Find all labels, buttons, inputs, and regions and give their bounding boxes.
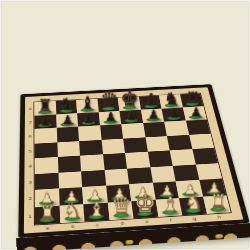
product-photo: 87654321 abcdefgh ♜♞♝♛♚♝♞♜♟♟♟♟♟♟♟♟♟♟♟♟♟♟…: [0, 0, 250, 250]
piece-black-pawn: ♟: [78, 112, 100, 124]
felt-base: [146, 117, 160, 121]
square-h3: [195, 163, 222, 180]
piece-black-bishop: ♝: [140, 91, 161, 108]
square-d5: [101, 138, 125, 154]
felt-base: [39, 200, 54, 205]
rank-label-4: 4: [28, 164, 31, 168]
felt-base: [167, 116, 181, 120]
square-h5: [189, 133, 214, 149]
board-frame: 87654321 abcdefgh ♜♞♝♛♚♝♞♜♟♟♟♟♟♟♟♟♟♟♟♟♟♟…: [18, 84, 250, 238]
square-d2: ♟: [106, 184, 132, 202]
felt-base: [210, 206, 226, 212]
chess-set-scene: 87654321 abcdefgh ♜♞♝♛♚♝♞♜♟♟♟♟♟♟♟♟♟♟♟♟♟♟…: [0, 0, 250, 250]
felt-base: [125, 118, 139, 122]
square-d3: [104, 168, 129, 185]
square-f8: ♝: [138, 95, 161, 109]
square-c2: ♟: [82, 186, 107, 204]
square-e1: ♚: [131, 199, 158, 218]
square-a4: [35, 157, 58, 174]
piece-black-pawn: ♟: [35, 114, 57, 127]
square-d6: [100, 124, 123, 139]
square-b7: ♟: [56, 113, 78, 128]
felt-base: [64, 215, 80, 221]
felt-base: [102, 106, 116, 110]
square-e5: [123, 137, 147, 153]
square-h1: ♜: [203, 195, 231, 214]
felt-base: [185, 102, 199, 106]
square-e8: ♚: [118, 97, 141, 111]
square-c6: [78, 125, 101, 140]
square-c3: [81, 170, 106, 187]
felt-base: [161, 209, 177, 215]
square-a1: ♜: [35, 205, 60, 224]
square-c7: ♟: [77, 112, 100, 127]
felt-base: [123, 105, 137, 109]
square-e7: ♟: [119, 110, 142, 125]
felt-base: [39, 123, 53, 127]
felt-base: [87, 197, 102, 202]
square-c5: [79, 140, 103, 156]
felt-base: [144, 104, 158, 108]
square-e4: [125, 152, 150, 169]
felt-base: [82, 121, 96, 125]
felt-base: [135, 194, 150, 199]
square-h2: ♟: [199, 179, 226, 197]
square-a8: ♜: [34, 101, 55, 115]
square-f3: [150, 166, 176, 183]
square-e6: [121, 123, 145, 138]
square-b4: [57, 156, 81, 173]
square-a5: [35, 142, 58, 158]
square-g8: ♞: [159, 94, 182, 108]
felt-base: [38, 110, 51, 114]
square-d7: ♟: [98, 111, 121, 126]
file-label-b: b: [71, 224, 75, 229]
felt-base: [103, 120, 117, 124]
file-label-d: d: [120, 221, 124, 226]
square-h6: [185, 119, 210, 134]
felt-base: [165, 103, 179, 107]
piece-white-pawn: ♟: [83, 187, 107, 201]
piece-white-pawn: ♟: [202, 180, 226, 194]
chess-board: 87654321 abcdefgh ♜♞♝♛♚♝♞♜♟♟♟♟♟♟♟♟♟♟♟♟♟♟…: [18, 84, 250, 238]
square-d1: ♛: [107, 201, 133, 220]
square-g4: [170, 149, 196, 165]
square-b6: [56, 127, 79, 142]
felt-base: [186, 208, 202, 214]
board-grid: ♜♞♝♛♚♝♞♜♟♟♟♟♟♟♟♟♟♟♟♟♟♟♟♟♜♞♝♛♚♝♞♜: [34, 93, 230, 224]
file-label-h: h: [217, 214, 222, 219]
felt-base: [111, 195, 126, 200]
brass-clasp-icon: [215, 234, 223, 239]
felt-base: [188, 115, 202, 119]
rank-label-8: 8: [29, 107, 32, 111]
square-b3: [58, 171, 82, 189]
felt-base: [40, 217, 55, 223]
square-b1: ♞: [59, 204, 84, 223]
rank-label-5: 5: [29, 149, 32, 153]
square-c4: [80, 154, 104, 171]
rank-label-1: 1: [28, 214, 31, 219]
file-label-g: g: [192, 216, 196, 221]
felt-base: [182, 191, 198, 196]
square-c8: ♝: [76, 99, 98, 113]
square-d4: [103, 153, 127, 170]
square-d8: ♛: [97, 98, 119, 112]
square-c1: ♝: [83, 202, 109, 221]
felt-base: [60, 109, 73, 113]
square-b5: [57, 141, 80, 157]
square-g6: [164, 121, 188, 136]
square-f5: [145, 136, 170, 152]
square-f4: [147, 150, 172, 167]
square-e3: [127, 167, 152, 184]
square-g5: [167, 135, 192, 151]
square-f6: [143, 122, 167, 137]
square-f7: ♟: [141, 108, 165, 123]
square-a6: [35, 128, 57, 144]
felt-base: [81, 107, 94, 111]
square-b2: ♟: [59, 187, 84, 205]
felt-base: [113, 212, 129, 218]
square-b8: ♞: [55, 100, 77, 114]
rank-label-2: 2: [28, 196, 31, 201]
file-label-e: e: [145, 219, 149, 224]
square-f1: ♝: [155, 198, 182, 217]
felt-base: [89, 214, 105, 220]
felt-base: [63, 198, 78, 203]
square-g7: ♟: [162, 107, 186, 122]
rank-label-6: 6: [29, 134, 32, 138]
square-a3: [35, 172, 59, 190]
felt-base: [159, 192, 175, 197]
square-f2: ♟: [152, 181, 178, 199]
felt-base: [60, 122, 74, 126]
square-a7: ♟: [34, 114, 56, 129]
board-border: 87654321 abcdefgh ♜♞♝♛♚♝♞♜♟♟♟♟♟♟♟♟♟♟♟♟♟♟…: [24, 87, 243, 233]
square-h7: ♟: [182, 106, 206, 121]
brass-clasp-icon: [126, 240, 134, 245]
square-e2: ♟: [129, 183, 155, 201]
rank-label-3: 3: [28, 180, 31, 185]
square-a2: ♟: [35, 189, 59, 207]
rank-label-7: 7: [29, 120, 32, 124]
square-h4: [192, 148, 218, 164]
square-h8: ♜: [180, 93, 204, 107]
file-label-a: a: [46, 225, 50, 230]
felt-base: [206, 189, 222, 194]
felt-base: [137, 211, 153, 217]
file-label-f: f: [169, 218, 172, 223]
file-label-c: c: [96, 222, 99, 227]
